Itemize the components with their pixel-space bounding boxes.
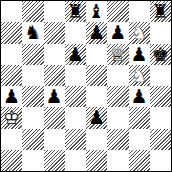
square-b7[interactable]: ♞ xyxy=(22,22,43,43)
square-h3[interactable] xyxy=(150,107,171,128)
square-f5[interactable] xyxy=(107,65,128,86)
square-f6[interactable]: ♛♕ xyxy=(107,44,128,65)
square-g5[interactable]: ♞♘ xyxy=(129,65,150,86)
white-queen-f6[interactable]: ♕ xyxy=(107,44,128,65)
square-b6[interactable] xyxy=(22,44,43,65)
square-b2[interactable] xyxy=(22,129,43,150)
square-d8[interactable]: ♜ xyxy=(65,1,86,22)
black-pawn-g6[interactable]: ♟ xyxy=(129,44,150,65)
square-e2[interactable] xyxy=(86,129,107,150)
square-d3[interactable] xyxy=(65,107,86,128)
square-b1[interactable] xyxy=(22,150,43,171)
square-a6[interactable] xyxy=(1,44,22,65)
square-f2[interactable] xyxy=(107,129,128,150)
square-c3[interactable] xyxy=(44,107,65,128)
black-knight-b7[interactable]: ♞ xyxy=(22,22,43,43)
square-c6[interactable] xyxy=(44,44,65,65)
square-e1[interactable] xyxy=(86,150,107,171)
square-f8[interactable] xyxy=(107,1,128,22)
square-d2[interactable] xyxy=(65,129,86,150)
square-b5[interactable] xyxy=(22,65,43,86)
chess-board-frame: ♜♝♜♞♟♟♞♘♟♛♕♟♚♞♘♟♟♟♚♔♟ xyxy=(0,0,172,172)
black-rook-d8[interactable]: ♜ xyxy=(65,1,86,22)
square-d6[interactable]: ♟ xyxy=(65,44,86,65)
square-a1[interactable] xyxy=(1,150,22,171)
black-pawn-f7[interactable]: ♟ xyxy=(107,22,128,43)
square-d1[interactable] xyxy=(65,150,86,171)
square-b4[interactable] xyxy=(22,86,43,107)
square-f1[interactable] xyxy=(107,150,128,171)
square-f3[interactable] xyxy=(107,107,128,128)
square-g6[interactable]: ♟ xyxy=(129,44,150,65)
square-h2[interactable] xyxy=(150,129,171,150)
black-pawn-a4[interactable]: ♟ xyxy=(1,86,22,107)
black-pawn-g4[interactable]: ♟ xyxy=(129,86,150,107)
square-c5[interactable] xyxy=(44,65,65,86)
square-a2[interactable] xyxy=(1,129,22,150)
black-pawn-d6[interactable]: ♟ xyxy=(65,44,86,65)
square-a4[interactable]: ♟ xyxy=(1,86,22,107)
black-pawn-e7[interactable]: ♟ xyxy=(86,22,107,43)
square-d7[interactable] xyxy=(65,22,86,43)
square-c1[interactable] xyxy=(44,150,65,171)
square-h8[interactable]: ♜ xyxy=(150,1,171,22)
square-h1[interactable] xyxy=(150,150,171,171)
square-e6[interactable] xyxy=(86,44,107,65)
square-f4[interactable] xyxy=(107,86,128,107)
square-h7[interactable] xyxy=(150,22,171,43)
square-a3[interactable]: ♚♔ xyxy=(1,107,22,128)
square-g2[interactable] xyxy=(129,129,150,150)
square-e4[interactable] xyxy=(86,86,107,107)
square-h4[interactable] xyxy=(150,86,171,107)
square-d4[interactable] xyxy=(65,86,86,107)
square-b8[interactable] xyxy=(22,1,43,22)
square-b3[interactable] xyxy=(22,107,43,128)
black-bishop-e8[interactable]: ♝ xyxy=(86,1,107,22)
square-e5[interactable] xyxy=(86,65,107,86)
square-g1[interactable] xyxy=(129,150,150,171)
black-pawn-c4[interactable]: ♟ xyxy=(44,86,65,107)
black-rook-h8[interactable]: ♜ xyxy=(150,1,171,22)
square-g4[interactable]: ♟ xyxy=(129,86,150,107)
chess-board: ♜♝♜♞♟♟♞♘♟♛♕♟♚♞♘♟♟♟♚♔♟ xyxy=(1,1,171,171)
white-knight-g5[interactable]: ♘ xyxy=(129,65,150,86)
square-e3[interactable]: ♟ xyxy=(86,107,107,128)
square-h5[interactable] xyxy=(150,65,171,86)
square-e7[interactable]: ♟ xyxy=(86,22,107,43)
square-g8[interactable] xyxy=(129,1,150,22)
square-g3[interactable] xyxy=(129,107,150,128)
square-c4[interactable]: ♟ xyxy=(44,86,65,107)
square-g7[interactable]: ♞♘ xyxy=(129,22,150,43)
white-knight-g7[interactable]: ♘ xyxy=(129,22,150,43)
square-f7[interactable]: ♟ xyxy=(107,22,128,43)
square-c2[interactable] xyxy=(44,129,65,150)
square-a5[interactable] xyxy=(1,65,22,86)
square-a7[interactable] xyxy=(1,22,22,43)
square-d5[interactable] xyxy=(65,65,86,86)
black-king-h6[interactable]: ♚ xyxy=(150,44,171,65)
square-e8[interactable]: ♝ xyxy=(86,1,107,22)
black-pawn-e3[interactable]: ♟ xyxy=(86,107,107,128)
white-king-a3[interactable]: ♔ xyxy=(1,107,22,128)
square-c7[interactable] xyxy=(44,22,65,43)
square-h6[interactable]: ♚ xyxy=(150,44,171,65)
square-c8[interactable] xyxy=(44,1,65,22)
square-a8[interactable] xyxy=(1,1,22,22)
